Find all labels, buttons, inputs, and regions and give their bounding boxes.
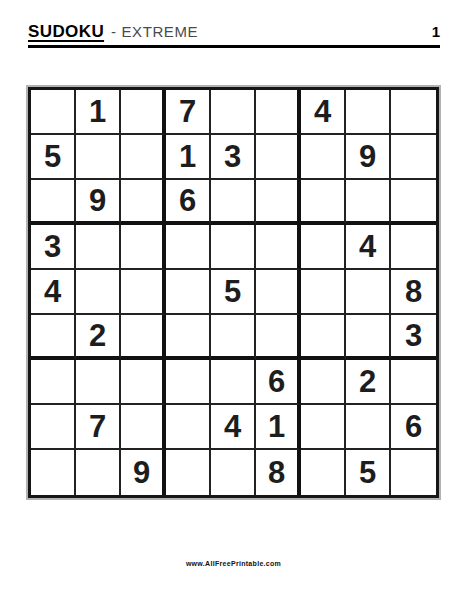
cell-r6c2[interactable]: 2 — [76, 315, 121, 360]
cell-r2c9[interactable] — [391, 135, 436, 180]
cell-r8c9[interactable]: 6 — [391, 405, 436, 450]
cell-r4c7[interactable] — [301, 225, 346, 270]
cell-r3c9[interactable] — [391, 180, 436, 225]
cell-r5c1[interactable]: 4 — [31, 270, 76, 315]
cell-r1c4[interactable]: 7 — [166, 90, 211, 135]
cell-r5c5[interactable]: 5 — [211, 270, 256, 315]
cell-r1c6[interactable] — [256, 90, 301, 135]
cell-r4c3[interactable] — [121, 225, 166, 270]
cell-r8c5[interactable]: 4 — [211, 405, 256, 450]
cell-r3c8[interactable] — [346, 180, 391, 225]
cell-r1c5[interactable] — [211, 90, 256, 135]
cell-r6c9[interactable]: 3 — [391, 315, 436, 360]
cell-r5c8[interactable] — [346, 270, 391, 315]
cell-r3c6[interactable] — [256, 180, 301, 225]
cell-r5c9[interactable]: 8 — [391, 270, 436, 315]
cell-r1c8[interactable] — [346, 90, 391, 135]
cell-r1c2[interactable]: 1 — [76, 90, 121, 135]
cell-r5c7[interactable] — [301, 270, 346, 315]
cell-r3c5[interactable] — [211, 180, 256, 225]
cell-r4c8[interactable]: 4 — [346, 225, 391, 270]
cell-r3c4[interactable]: 6 — [166, 180, 211, 225]
cell-r8c8[interactable] — [346, 405, 391, 450]
cell-r9c3[interactable]: 9 — [121, 450, 166, 495]
cell-r8c4[interactable] — [166, 405, 211, 450]
cell-r9c7[interactable] — [301, 450, 346, 495]
cell-r9c5[interactable] — [211, 450, 256, 495]
cell-r6c3[interactable] — [121, 315, 166, 360]
cell-r9c9[interactable] — [391, 450, 436, 495]
sudoku-grid-wrapper: 1745139963445823627416985 — [28, 87, 439, 498]
sudoku-printable-page: SUDOKU - EXTREME 1 174513996344582362741… — [0, 0, 467, 604]
cell-r2c8[interactable]: 9 — [346, 135, 391, 180]
sudoku-grid: 1745139963445823627416985 — [28, 87, 439, 498]
cell-r9c2[interactable] — [76, 450, 121, 495]
cell-r4c6[interactable] — [256, 225, 301, 270]
cell-r5c2[interactable] — [76, 270, 121, 315]
cell-r6c7[interactable] — [301, 315, 346, 360]
cell-r3c2[interactable]: 9 — [76, 180, 121, 225]
cell-r1c1[interactable] — [31, 90, 76, 135]
cell-r5c3[interactable] — [121, 270, 166, 315]
cell-r7c1[interactable] — [31, 360, 76, 405]
cell-r7c3[interactable] — [121, 360, 166, 405]
cell-r2c6[interactable] — [256, 135, 301, 180]
cell-r9c8[interactable]: 5 — [346, 450, 391, 495]
cell-r7c4[interactable] — [166, 360, 211, 405]
page-title: SUDOKU — [28, 22, 104, 42]
cell-r8c2[interactable]: 7 — [76, 405, 121, 450]
footer-website: www.AllFreePrintable.com — [0, 560, 467, 567]
cell-r4c5[interactable] — [211, 225, 256, 270]
cell-r1c7[interactable]: 4 — [301, 90, 346, 135]
cell-r2c2[interactable] — [76, 135, 121, 180]
cell-r4c1[interactable]: 3 — [31, 225, 76, 270]
cell-r2c3[interactable] — [121, 135, 166, 180]
cell-r6c6[interactable] — [256, 315, 301, 360]
cell-r8c7[interactable] — [301, 405, 346, 450]
cell-r4c2[interactable] — [76, 225, 121, 270]
cell-r7c7[interactable] — [301, 360, 346, 405]
cell-r6c5[interactable] — [211, 315, 256, 360]
cell-r3c7[interactable] — [301, 180, 346, 225]
cell-r9c4[interactable] — [166, 450, 211, 495]
cell-r6c4[interactable] — [166, 315, 211, 360]
cell-r8c6[interactable]: 1 — [256, 405, 301, 450]
header-title-group: SUDOKU - EXTREME — [28, 22, 198, 42]
cell-r7c9[interactable] — [391, 360, 436, 405]
cell-r9c6[interactable]: 8 — [256, 450, 301, 495]
cell-r7c2[interactable] — [76, 360, 121, 405]
cell-r5c4[interactable] — [166, 270, 211, 315]
cell-r3c1[interactable] — [31, 180, 76, 225]
page-number: 1 — [432, 23, 440, 40]
cell-r2c7[interactable] — [301, 135, 346, 180]
page-header: SUDOKU - EXTREME 1 — [28, 22, 440, 48]
cell-r7c6[interactable]: 6 — [256, 360, 301, 405]
cell-r6c1[interactable] — [31, 315, 76, 360]
cell-r7c8[interactable]: 2 — [346, 360, 391, 405]
cell-r1c9[interactable] — [391, 90, 436, 135]
cell-r5c6[interactable] — [256, 270, 301, 315]
cell-r9c1[interactable] — [31, 450, 76, 495]
cell-r8c3[interactable] — [121, 405, 166, 450]
cell-r7c5[interactable] — [211, 360, 256, 405]
cell-r8c1[interactable] — [31, 405, 76, 450]
difficulty-label: - EXTREME — [111, 23, 198, 40]
cell-r2c5[interactable]: 3 — [211, 135, 256, 180]
cell-r2c4[interactable]: 1 — [166, 135, 211, 180]
cell-r3c3[interactable] — [121, 180, 166, 225]
cell-r4c9[interactable] — [391, 225, 436, 270]
cell-r6c8[interactable] — [346, 315, 391, 360]
cell-r1c3[interactable] — [121, 90, 166, 135]
cell-r2c1[interactable]: 5 — [31, 135, 76, 180]
cell-r4c4[interactable] — [166, 225, 211, 270]
